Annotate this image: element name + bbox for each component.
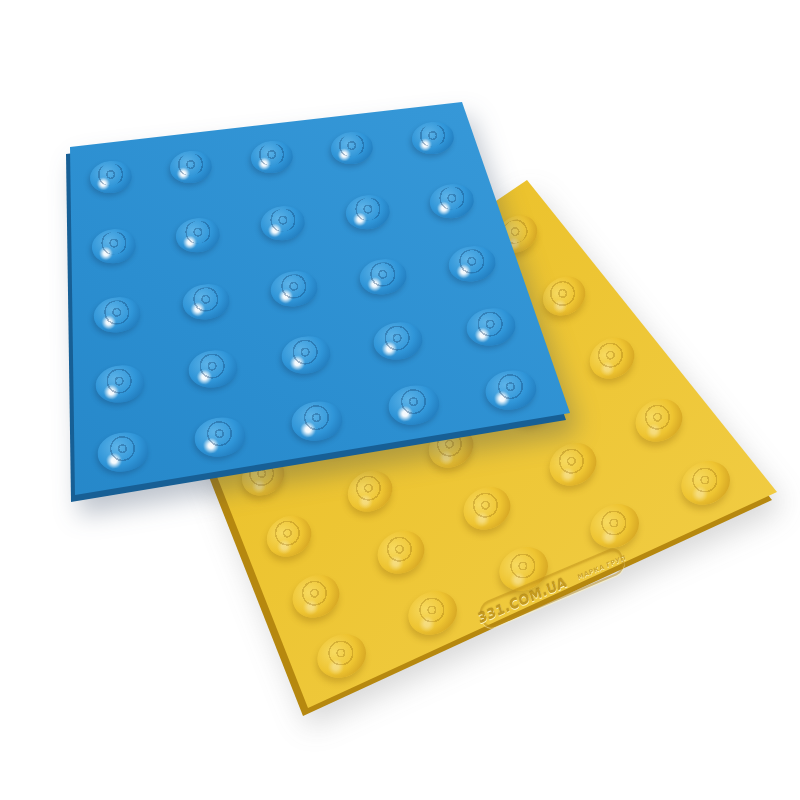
dome-concentric-rings xyxy=(453,247,489,275)
dome-concentric-rings xyxy=(175,152,207,177)
dome-concentric-rings xyxy=(394,387,433,418)
dome-concentric-rings xyxy=(97,230,131,256)
dome-concentric-rings xyxy=(379,323,416,352)
dome-concentric-rings xyxy=(350,196,384,222)
dome-concentric-rings xyxy=(101,366,138,395)
dome-concentric-rings xyxy=(99,298,135,326)
dome-concentric-rings xyxy=(276,273,312,301)
dome-concentric-rings xyxy=(435,185,469,211)
dome-concentric-rings xyxy=(255,143,287,168)
dome-concentric-rings xyxy=(297,402,336,433)
dome-concentric-rings xyxy=(187,285,223,313)
dome-concentric-rings xyxy=(181,219,215,245)
dome-concentric-rings xyxy=(491,371,530,402)
dome-concentric-rings xyxy=(472,309,509,338)
dome-concentric-rings xyxy=(266,208,300,234)
dome-concentric-rings xyxy=(286,338,323,367)
dome-concentric-rings xyxy=(94,162,126,187)
dome-concentric-rings xyxy=(336,133,368,158)
dome-concentric-rings xyxy=(365,260,401,288)
dome-concentric-rings xyxy=(200,418,239,449)
blue-tactile-tile xyxy=(0,0,800,800)
dome-concentric-rings xyxy=(194,352,231,381)
dome-concentric-rings xyxy=(416,123,448,148)
dome-concentric-rings xyxy=(103,434,142,465)
product-photo-scene: 331.COM.UAМАРКА ГРУП xyxy=(0,0,800,800)
